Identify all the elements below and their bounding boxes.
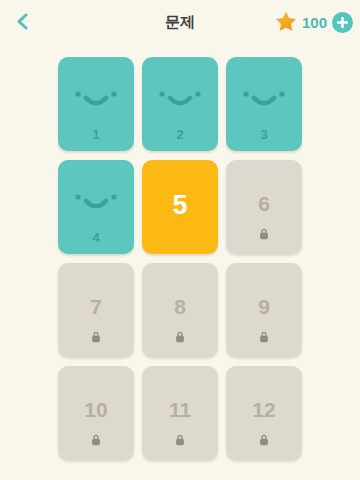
level-card-11[interactable]: 11	[142, 366, 218, 460]
smiley-face-icon	[242, 89, 286, 111]
level-number: 6	[226, 192, 302, 216]
level-number: 4	[58, 230, 134, 245]
level-card-7[interactable]: 7	[58, 263, 134, 357]
star-count: 100	[302, 14, 327, 31]
plus-icon	[337, 17, 348, 28]
level-card-9[interactable]: 9	[226, 263, 302, 357]
add-stars-button[interactable]	[332, 12, 353, 33]
smiley-face-icon	[158, 89, 202, 111]
lock-icon	[175, 331, 185, 343]
level-number: 9	[226, 295, 302, 319]
level-card-6[interactable]: 6	[226, 160, 302, 254]
level-select-screen: 문제 100 123456789101112	[0, 0, 360, 480]
lock-icon	[91, 434, 101, 446]
level-grid: 123456789101112	[0, 57, 360, 460]
level-number: 3	[226, 127, 302, 142]
level-card-4[interactable]: 4	[58, 160, 134, 254]
level-card-2[interactable]: 2	[142, 57, 218, 151]
lock-icon	[259, 228, 269, 240]
level-card-8[interactable]: 8	[142, 263, 218, 357]
level-number: 2	[142, 127, 218, 142]
lock-icon	[91, 331, 101, 343]
level-number: 11	[142, 398, 218, 422]
level-card-10[interactable]: 10	[58, 366, 134, 460]
smiley-face-icon	[74, 192, 118, 214]
level-number: 5	[142, 190, 218, 221]
level-card-12[interactable]: 12	[226, 366, 302, 460]
level-number: 1	[58, 127, 134, 142]
lock-icon	[259, 434, 269, 446]
level-card-1[interactable]: 1	[58, 57, 134, 151]
level-number: 12	[226, 398, 302, 422]
header: 문제 100	[0, 0, 360, 44]
level-card-3[interactable]: 3	[226, 57, 302, 151]
smiley-face-icon	[74, 89, 118, 111]
lock-icon	[259, 331, 269, 343]
lock-icon	[175, 434, 185, 446]
level-number: 10	[58, 398, 134, 422]
level-card-5[interactable]: 5	[142, 160, 218, 254]
star-currency: 100	[275, 0, 353, 44]
level-number: 8	[142, 295, 218, 319]
star-icon	[275, 11, 297, 33]
level-number: 7	[58, 295, 134, 319]
